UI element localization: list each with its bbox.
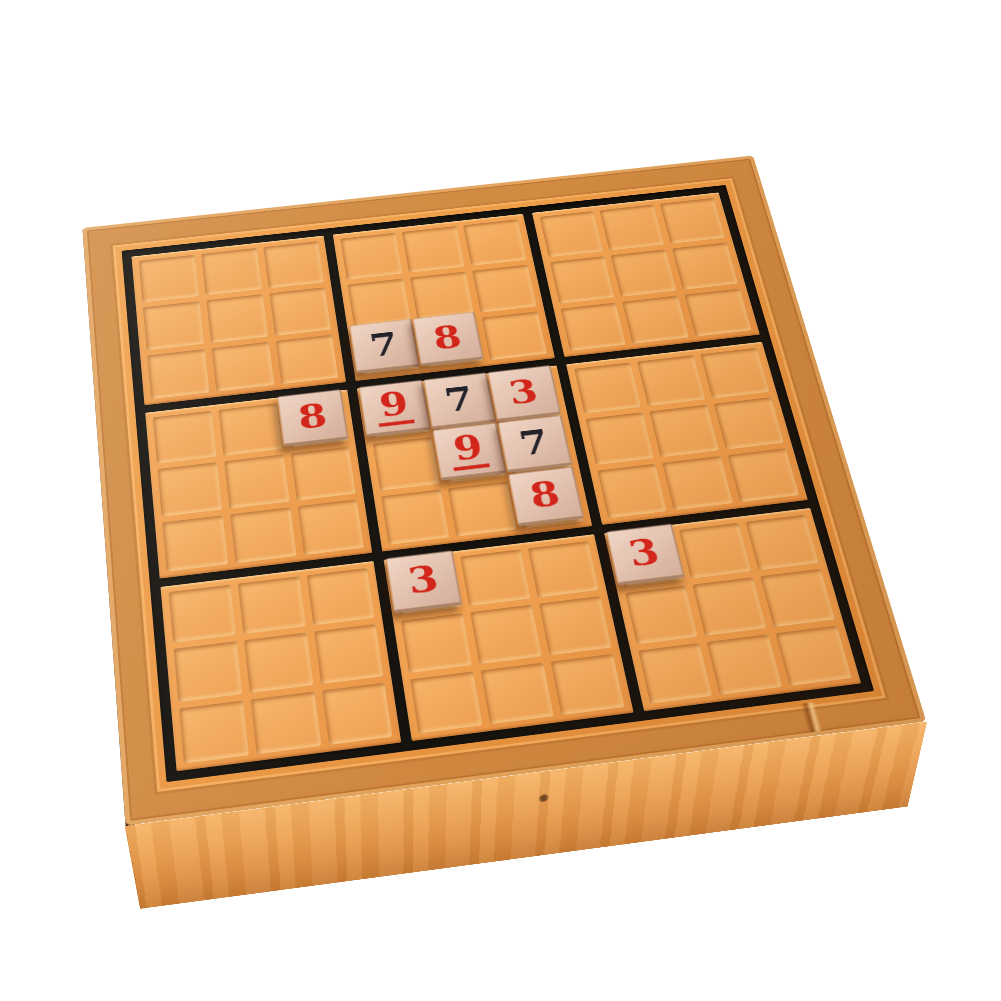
board-cell-r5c3[interactable] xyxy=(290,447,356,501)
tile-digit: 3 xyxy=(625,534,662,572)
board-block-2-3 xyxy=(566,342,808,525)
board-cell-r2c9[interactable] xyxy=(672,242,738,289)
board-cell-r8c4[interactable] xyxy=(401,613,472,673)
board-cell-r6c2[interactable] xyxy=(230,507,296,563)
board-cell-r3c1[interactable] xyxy=(147,349,209,399)
board-cell-r8c1[interactable] xyxy=(174,642,242,703)
board-cell-r7c3[interactable] xyxy=(306,568,375,626)
board-block-2-1: 8 xyxy=(145,390,372,579)
scene: 78897397833 xyxy=(22,31,923,932)
board-cell-r1c5[interactable] xyxy=(402,226,464,273)
board-cell-r1c4[interactable] xyxy=(340,233,402,280)
board-cell-r9c3[interactable] xyxy=(322,683,393,745)
board-cell-r8c8[interactable] xyxy=(693,577,767,635)
board-cell-r3c4[interactable]: 7 xyxy=(355,325,419,375)
board-cell-r1c8[interactable] xyxy=(600,204,664,250)
board-cell-r8c5[interactable] xyxy=(470,605,542,664)
tile-7[interactable]: 7 xyxy=(349,319,420,374)
tile-9[interactable]: 9 xyxy=(359,380,431,437)
board-cell-r2c3[interactable] xyxy=(269,287,331,335)
board-cell-r6c5[interactable] xyxy=(448,481,517,536)
sudoku-board: 78897397833 xyxy=(122,185,874,782)
board-cell-r8c7[interactable] xyxy=(625,586,698,645)
board-cell-r6c8[interactable] xyxy=(662,456,733,510)
tile-digit: 9 xyxy=(447,430,490,471)
board-cell-r5c1[interactable] xyxy=(157,462,221,516)
board-cell-r1c7[interactable] xyxy=(539,211,603,257)
board-cell-r4c9[interactable] xyxy=(701,348,770,398)
board-cell-r1c2[interactable] xyxy=(201,248,262,295)
tile-digit: 3 xyxy=(506,375,540,409)
tile-digit: 8 xyxy=(431,321,464,354)
tile-digit: 7 xyxy=(516,425,551,460)
board-cell-r5c4[interactable] xyxy=(373,437,440,490)
board-block-3-2: 3 xyxy=(384,534,633,741)
board-cell-r8c6[interactable] xyxy=(539,596,611,655)
board-block-3-1 xyxy=(160,561,401,772)
board-cell-r7c1[interactable] xyxy=(168,584,235,643)
board-cell-r4c2[interactable] xyxy=(218,403,282,455)
board-cell-r9c4[interactable] xyxy=(410,672,482,734)
board-cell-r3c7[interactable] xyxy=(560,302,626,351)
board-cell-r3c9[interactable] xyxy=(684,288,751,337)
board-cell-r7c2[interactable] xyxy=(238,576,306,634)
board-cell-r8c2[interactable] xyxy=(244,633,313,693)
board-cell-r7c6[interactable] xyxy=(528,541,599,598)
board-cell-r6c7[interactable] xyxy=(597,464,667,518)
tile-8[interactable]: 8 xyxy=(277,389,349,446)
tile-3[interactable]: 3 xyxy=(605,523,684,585)
board-block-2-2: 973978 xyxy=(357,366,592,552)
board-cell-r9c1[interactable] xyxy=(179,701,249,764)
tile-8[interactable]: 8 xyxy=(412,312,484,366)
board-cell-r5c8[interactable] xyxy=(650,405,719,457)
board-cell-r1c3[interactable] xyxy=(263,241,324,288)
board-cell-r3c6[interactable] xyxy=(481,311,546,360)
board-cell-r4c1[interactable] xyxy=(153,411,216,464)
board-cell-r5c2[interactable] xyxy=(224,454,289,508)
board-cell-r6c3[interactable] xyxy=(297,499,364,555)
board-cell-r2c2[interactable] xyxy=(206,294,268,343)
frame-notch xyxy=(800,702,822,733)
board-cell-r5c5[interactable]: 9 xyxy=(439,429,506,482)
board-cell-r1c9[interactable] xyxy=(660,198,725,244)
board-cell-r3c2[interactable] xyxy=(211,342,274,392)
board-cell-r7c7[interactable]: 3 xyxy=(612,531,684,588)
board-cell-r2c7[interactable] xyxy=(550,256,615,303)
tile-digit: 7 xyxy=(442,382,476,416)
board-cell-r9c6[interactable] xyxy=(551,654,625,715)
board-cell-r9c9[interactable] xyxy=(776,626,852,686)
board-block-1-3 xyxy=(532,192,760,357)
board-cell-r4c8[interactable] xyxy=(637,355,705,406)
board-cell-r3c5[interactable]: 8 xyxy=(418,318,483,367)
board-cell-r5c9[interactable] xyxy=(714,397,784,449)
board-cell-r7c8[interactable] xyxy=(679,522,751,578)
board-cell-r6c1[interactable] xyxy=(162,515,228,571)
board-cell-r4c7[interactable] xyxy=(574,363,641,414)
board-cell-r1c1[interactable] xyxy=(139,255,199,302)
tile-digit: 8 xyxy=(527,477,563,514)
board-cell-r1c6[interactable] xyxy=(463,219,526,265)
tile-digit: 3 xyxy=(406,561,442,600)
board-cell-r3c8[interactable] xyxy=(622,295,689,344)
board-cell-r6c6[interactable]: 8 xyxy=(514,473,583,528)
board-cell-r3c3[interactable] xyxy=(275,334,338,384)
board-cell-r7c5[interactable] xyxy=(460,549,530,606)
tile-digit: 8 xyxy=(296,399,329,434)
board-block-1-2: 78 xyxy=(333,214,555,381)
board-cell-r7c4[interactable]: 3 xyxy=(392,557,461,615)
board-cell-r8c3[interactable] xyxy=(314,624,384,684)
board-cell-r2c6[interactable] xyxy=(472,265,536,313)
board-cell-r8c9[interactable] xyxy=(760,569,834,627)
board-cell-r2c1[interactable] xyxy=(143,301,204,350)
product-photo: 78897397833 xyxy=(22,31,923,932)
tile-8[interactable]: 8 xyxy=(508,466,585,526)
board-cell-r5c6[interactable]: 7 xyxy=(504,422,572,475)
tile-7[interactable]: 7 xyxy=(497,415,572,473)
board-cell-r9c7[interactable] xyxy=(638,643,713,704)
board-block-1-1 xyxy=(131,236,346,406)
board-cell-r4c3[interactable]: 8 xyxy=(283,396,348,448)
tile-3[interactable]: 3 xyxy=(487,365,561,421)
tile-digit: 7 xyxy=(368,328,401,361)
board-block-3-3: 3 xyxy=(604,508,861,712)
sudoku-box: 78897397833 xyxy=(82,155,926,825)
board-cell-r7c9[interactable] xyxy=(746,514,819,570)
tile-7[interactable]: 7 xyxy=(423,372,496,429)
board-top: 78897397833 xyxy=(82,155,926,825)
board-cell-r2c8[interactable] xyxy=(611,249,676,296)
tile-digit: 9 xyxy=(374,387,415,427)
tile-3[interactable]: 3 xyxy=(386,550,463,613)
board-cell-r9c8[interactable] xyxy=(707,634,782,694)
tile-9[interactable]: 9 xyxy=(432,422,506,480)
board-cell-r9c2[interactable] xyxy=(250,692,320,754)
board-cell-r9c5[interactable] xyxy=(481,663,554,724)
board-cell-r6c9[interactable] xyxy=(728,448,799,502)
board-cell-r4c4[interactable]: 9 xyxy=(365,387,430,439)
board-cell-r5c7[interactable] xyxy=(585,412,654,465)
board-cell-r6c4[interactable] xyxy=(381,489,449,544)
